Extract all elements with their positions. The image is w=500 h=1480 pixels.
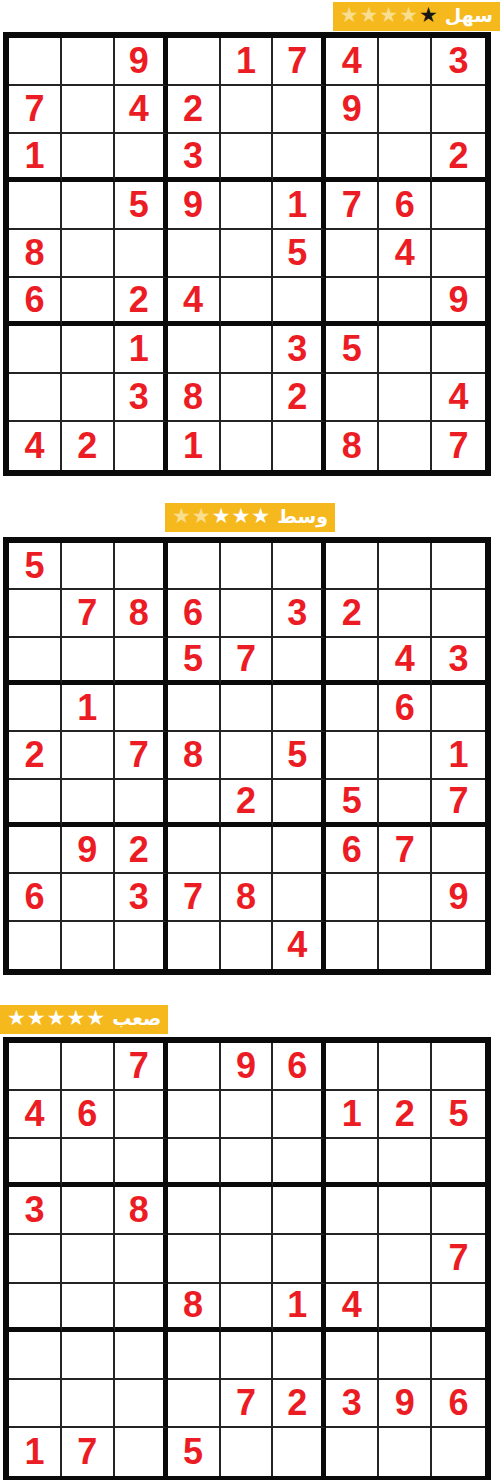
sudoku-cell-r3c4[interactable]: 5 — [168, 638, 221, 685]
sudoku-cell-r9c8[interactable] — [379, 1428, 432, 1476]
sudoku-cell-r9c1[interactable]: 1 — [9, 1428, 62, 1476]
sudoku-cell-r8c8[interactable] — [379, 374, 432, 422]
sudoku-cell-r9c2[interactable] — [62, 922, 115, 969]
sudoku-cell-r8c9[interactable]: 4 — [432, 374, 485, 422]
sudoku-cell-r5c4[interactable]: 8 — [168, 732, 221, 779]
star-rating-easy: ★★★★★ — [340, 6, 439, 27]
sudoku-cell-r7c6[interactable] — [273, 827, 326, 874]
sudoku-cell-r8c7[interactable] — [326, 374, 379, 422]
sudoku-cell-r5c6[interactable] — [273, 1235, 326, 1283]
sudoku-cell-r3c4[interactable]: 3 — [168, 134, 221, 182]
sudoku-cell-r9c2[interactable]: 2 — [62, 422, 115, 470]
star-empty-icon: ★ — [172, 506, 192, 527]
sudoku-cell-r7c1[interactable] — [9, 827, 62, 874]
sudoku-cell-r4c6[interactable] — [273, 1187, 326, 1235]
sudoku-cell-r6c6[interactable] — [273, 780, 326, 827]
sudoku-board-medium: 578632574316278512579267637894 — [3, 537, 491, 975]
sudoku-cell-r3c3[interactable] — [115, 1139, 168, 1187]
sudoku-cell-r6c1[interactable]: 6 — [9, 278, 62, 326]
difficulty-banner-medium: ★★★★★ وسط — [165, 503, 335, 532]
sudoku-cell-r4c3[interactable]: 8 — [115, 1187, 168, 1235]
sudoku-cell-r6c3[interactable]: 2 — [115, 278, 168, 326]
sudoku-cell-r9c5[interactable] — [221, 1428, 274, 1476]
sudoku-cell-r3c2[interactable] — [62, 638, 115, 685]
sudoku-cell-r5c3[interactable] — [115, 230, 168, 278]
sudoku-cell-r3c6[interactable] — [273, 134, 326, 182]
sudoku-cell-r8c1[interactable]: 6 — [9, 874, 62, 921]
sudoku-cell-r4c5[interactable] — [221, 685, 274, 732]
sudoku-cell-r5c2[interactable] — [62, 230, 115, 278]
sudoku-cell-r7c8[interactable]: 7 — [379, 827, 432, 874]
sudoku-cell-r1c9[interactable]: 3 — [432, 38, 485, 86]
sudoku-cell-r4c2[interactable] — [62, 182, 115, 230]
sudoku-cell-r8c9[interactable]: 6 — [432, 1380, 485, 1428]
sudoku-cell-r2c7[interactable]: 9 — [326, 86, 379, 134]
sudoku-cell-r4c3[interactable]: 5 — [115, 182, 168, 230]
sudoku-cell-r1c1[interactable] — [9, 38, 62, 86]
sudoku-cell-r5c7[interactable] — [326, 1235, 379, 1283]
sudoku-cell-r6c5[interactable] — [221, 1284, 274, 1332]
sudoku-cell-r2c5[interactable] — [221, 1091, 274, 1139]
star-empty-icon: ★ — [399, 5, 419, 26]
sudoku-cell-r7c1[interactable] — [9, 326, 62, 374]
sudoku-cell-r2c5[interactable] — [221, 590, 274, 637]
sudoku-cell-r5c8[interactable] — [379, 1235, 432, 1283]
sudoku-cell-r3c1[interactable]: 1 — [9, 134, 62, 182]
sudoku-cell-r1c3[interactable] — [115, 543, 168, 590]
star-empty-icon: ★ — [340, 5, 360, 26]
sudoku-cell-r9c5[interactable] — [221, 922, 274, 969]
sudoku-cell-r5c9[interactable]: 7 — [432, 1235, 485, 1283]
sudoku-cell-r9c8[interactable] — [379, 422, 432, 470]
sudoku-cell-r2c8[interactable] — [379, 590, 432, 637]
sudoku-cell-r1c4[interactable] — [168, 38, 221, 86]
sudoku-cell-r7c3[interactable]: 1 — [115, 326, 168, 374]
sudoku-cell-r1c2[interactable] — [62, 38, 115, 86]
sudoku-cell-r5c1[interactable] — [9, 1235, 62, 1283]
sudoku-cell-r2c6[interactable] — [273, 86, 326, 134]
sudoku-cell-r2c3[interactable]: 4 — [115, 86, 168, 134]
star-rating-medium: ★★★★★ — [172, 507, 271, 528]
sudoku-cell-r5c2[interactable] — [62, 732, 115, 779]
sudoku-cell-r8c7[interactable]: 3 — [326, 1380, 379, 1428]
sudoku-cell-r9c6[interactable] — [273, 1428, 326, 1476]
sudoku-cell-r3c9[interactable]: 3 — [432, 638, 485, 685]
sudoku-cell-r1c7[interactable]: 4 — [326, 38, 379, 86]
sudoku-cell-r7c7[interactable]: 6 — [326, 827, 379, 874]
sudoku-cell-r5c9[interactable]: 1 — [432, 732, 485, 779]
sudoku-cell-r7c4[interactable] — [168, 1332, 221, 1380]
sudoku-cell-r3c5[interactable]: 7 — [221, 638, 274, 685]
sudoku-cell-r1c9[interactable] — [432, 1043, 485, 1091]
sudoku-cell-r5c1[interactable]: 8 — [9, 230, 62, 278]
sudoku-cell-r2c2[interactable]: 6 — [62, 1091, 115, 1139]
sudoku-cell-r6c1[interactable] — [9, 1284, 62, 1332]
sudoku-cell-r7c7[interactable]: 5 — [326, 326, 379, 374]
sudoku-cell-r1c1[interactable]: 5 — [9, 543, 62, 590]
sudoku-cell-r7c2[interactable] — [62, 326, 115, 374]
sudoku-cell-r5c2[interactable] — [62, 1235, 115, 1283]
sudoku-cell-r4c7[interactable] — [326, 685, 379, 732]
sudoku-cell-r3c2[interactable] — [62, 134, 115, 182]
sudoku-cell-r1c8[interactable] — [379, 38, 432, 86]
sudoku-cell-r1c4[interactable] — [168, 1043, 221, 1091]
sudoku-cell-r4c7[interactable] — [326, 1187, 379, 1235]
sudoku-cell-r9c7[interactable] — [326, 1428, 379, 1476]
sudoku-cell-r1c5[interactable]: 1 — [221, 38, 274, 86]
sudoku-cell-r8c8[interactable] — [379, 874, 432, 921]
star-empty-icon: ★ — [360, 5, 380, 26]
sudoku-cell-r7c7[interactable] — [326, 1332, 379, 1380]
sudoku-cell-r7c5[interactable] — [221, 827, 274, 874]
sudoku-cell-r6c9[interactable] — [432, 1284, 485, 1332]
sudoku-cell-r9c1[interactable]: 4 — [9, 422, 62, 470]
sudoku-cell-r4c5[interactable] — [221, 1187, 274, 1235]
sudoku-cell-r1c3[interactable]: 7 — [115, 1043, 168, 1091]
sudoku-cell-r4c7[interactable]: 7 — [326, 182, 379, 230]
sudoku-cell-r9c5[interactable] — [221, 422, 274, 470]
sudoku-cell-r8c3[interactable]: 3 — [115, 374, 168, 422]
sudoku-cell-r6c8[interactable] — [379, 1284, 432, 1332]
star-empty-icon: ★ — [379, 5, 399, 26]
difficulty-label-easy: سهل — [445, 6, 493, 25]
sudoku-cell-r5c3[interactable]: 7 — [115, 732, 168, 779]
sudoku-cell-r2c3[interactable]: 8 — [115, 590, 168, 637]
sudoku-cell-r4c8[interactable]: 6 — [379, 182, 432, 230]
sudoku-cell-r3c2[interactable] — [62, 1139, 115, 1187]
sudoku-cell-r3c7[interactable] — [326, 638, 379, 685]
sudoku-cell-r9c3[interactable] — [115, 422, 168, 470]
sudoku-cell-r2c3[interactable] — [115, 1091, 168, 1139]
sudoku-cell-r2c7[interactable]: 2 — [326, 590, 379, 637]
sudoku-cell-r6c3[interactable] — [115, 1284, 168, 1332]
sudoku-cell-r4c2[interactable]: 1 — [62, 685, 115, 732]
sudoku-cell-r5c6[interactable]: 5 — [273, 732, 326, 779]
sudoku-cell-r1c1[interactable] — [9, 1043, 62, 1091]
difficulty-banner-easy: ★★★★★ سهل — [333, 2, 500, 31]
sudoku-cell-r3c1[interactable] — [9, 1139, 62, 1187]
sudoku-cell-r8c5[interactable] — [221, 374, 274, 422]
sudoku-cell-r3c3[interactable] — [115, 638, 168, 685]
sudoku-cell-r8c3[interactable]: 3 — [115, 874, 168, 921]
sudoku-cell-r6c2[interactable] — [62, 1284, 115, 1332]
sudoku-cell-r3c9[interactable] — [432, 1139, 485, 1187]
sudoku-cell-r2c1[interactable]: 7 — [9, 86, 62, 134]
sudoku-cell-r6c2[interactable] — [62, 278, 115, 326]
sudoku-cell-r7c9[interactable] — [432, 1332, 485, 1380]
sudoku-cell-r1c8[interactable] — [379, 1043, 432, 1091]
star-empty-icon: ★ — [192, 506, 212, 527]
sudoku-cell-r7c9[interactable] — [432, 827, 485, 874]
puzzle-section-easy: ★★★★★ سهل 917437429132591768546249135382… — [0, 2, 500, 476]
sudoku-cell-r8c7[interactable] — [326, 874, 379, 921]
sudoku-cell-r9c4[interactable] — [168, 922, 221, 969]
sudoku-cell-r4c5[interactable] — [221, 182, 274, 230]
sudoku-cell-r9c4[interactable]: 5 — [168, 1428, 221, 1476]
sudoku-cell-r6c4[interactable]: 4 — [168, 278, 221, 326]
sudoku-cell-r7c6[interactable]: 3 — [273, 326, 326, 374]
puzzle-section-medium: ★★★★★ وسط 578632574316278512579267637894 — [0, 503, 500, 975]
sudoku-cell-r4c9[interactable] — [432, 1187, 485, 1235]
difficulty-banner-hard: ★★★★★ صعب — [0, 1005, 168, 1034]
sudoku-cell-r7c5[interactable] — [221, 326, 274, 374]
sudoku-cell-r9c4[interactable]: 1 — [168, 422, 221, 470]
sudoku-cell-r9c7[interactable]: 8 — [326, 422, 379, 470]
sudoku-cell-r2c6[interactable] — [273, 1091, 326, 1139]
sudoku-cell-r2c2[interactable] — [62, 86, 115, 134]
sudoku-cell-r9c6[interactable] — [273, 422, 326, 470]
sudoku-cell-r8c1[interactable] — [9, 374, 62, 422]
sudoku-cell-r8c6[interactable]: 2 — [273, 374, 326, 422]
puzzle-section-hard: ★★★★★ صعب 7964612538781472396175 — [0, 1005, 500, 1480]
sudoku-cell-r6c2[interactable] — [62, 780, 115, 827]
sudoku-cell-r9c1[interactable] — [9, 922, 62, 969]
sudoku-cell-r1c2[interactable] — [62, 543, 115, 590]
star-rating-hard: ★★★★★ — [7, 1009, 106, 1030]
sudoku-cell-r6c7[interactable] — [326, 278, 379, 326]
sudoku-cell-r6c4[interactable] — [168, 780, 221, 827]
sudoku-cell-r1c6[interactable]: 7 — [273, 38, 326, 86]
sudoku-cell-r6c1[interactable] — [9, 780, 62, 827]
sudoku-cell-r5c5[interactable] — [221, 230, 274, 278]
sudoku-cell-r4c9[interactable] — [432, 685, 485, 732]
sudoku-cell-r1c7[interactable] — [326, 543, 379, 590]
sudoku-cell-r8c4[interactable]: 8 — [168, 374, 221, 422]
sudoku-cell-r9c6[interactable]: 4 — [273, 922, 326, 969]
sudoku-cell-r3c4[interactable] — [168, 1139, 221, 1187]
sudoku-cell-r3c8[interactable]: 4 — [379, 638, 432, 685]
star-filled-icon: ★ — [7, 1008, 27, 1029]
sudoku-cell-r7c2[interactable] — [62, 1332, 115, 1380]
sudoku-cell-r2c8[interactable] — [379, 86, 432, 134]
sudoku-cell-r8c6[interactable]: 2 — [273, 1380, 326, 1428]
sudoku-cell-r5c4[interactable] — [168, 230, 221, 278]
sudoku-cell-r7c4[interactable] — [168, 827, 221, 874]
sudoku-cell-r1c5[interactable] — [221, 543, 274, 590]
sudoku-cell-r1c8[interactable] — [379, 543, 432, 590]
sudoku-cell-r2c4[interactable] — [168, 1091, 221, 1139]
sudoku-cell-r5c9[interactable] — [432, 230, 485, 278]
star-filled-icon: ★ — [212, 506, 232, 527]
sudoku-cell-r6c6[interactable]: 1 — [273, 1284, 326, 1332]
sudoku-cell-r1c5[interactable]: 9 — [221, 1043, 274, 1091]
sudoku-cell-r5c4[interactable] — [168, 1235, 221, 1283]
sudoku-cell-r1c6[interactable]: 6 — [273, 1043, 326, 1091]
sudoku-cell-r6c5[interactable] — [221, 278, 274, 326]
sudoku-cell-r9c3[interactable] — [115, 922, 168, 969]
sudoku-cell-r1c7[interactable] — [326, 1043, 379, 1091]
sudoku-cell-r3c5[interactable] — [221, 1139, 274, 1187]
sudoku-cell-r8c9[interactable]: 9 — [432, 874, 485, 921]
sudoku-cell-r2c1[interactable] — [9, 590, 62, 637]
sudoku-cell-r5c3[interactable] — [115, 1235, 168, 1283]
sudoku-cell-r4c9[interactable] — [432, 182, 485, 230]
star-filled-icon: ★ — [86, 1008, 106, 1029]
sudoku-cell-r8c5[interactable]: 8 — [221, 874, 274, 921]
star-filled-icon: ★ — [419, 5, 439, 26]
sudoku-cell-r6c9[interactable]: 7 — [432, 780, 485, 827]
sudoku-cell-r8c3[interactable] — [115, 1380, 168, 1428]
sudoku-cell-r2c4[interactable]: 2 — [168, 86, 221, 134]
sudoku-board-easy: 917437429132591768546249135382442187 — [3, 32, 491, 476]
star-filled-icon: ★ — [27, 1008, 47, 1029]
sudoku-cell-r7c4[interactable] — [168, 326, 221, 374]
sudoku-cell-r3c6[interactable] — [273, 1139, 326, 1187]
sudoku-cell-r9c9[interactable]: 7 — [432, 422, 485, 470]
sudoku-cell-r2c2[interactable]: 7 — [62, 590, 115, 637]
sudoku-cell-r1c6[interactable] — [273, 543, 326, 590]
sudoku-cell-r6c8[interactable] — [379, 278, 432, 326]
sudoku-cell-r6c8[interactable] — [379, 780, 432, 827]
sudoku-cell-r3c8[interactable] — [379, 134, 432, 182]
sudoku-cell-r9c9[interactable] — [432, 922, 485, 969]
sudoku-cell-r5c1[interactable]: 2 — [9, 732, 62, 779]
sudoku-cell-r6c6[interactable] — [273, 278, 326, 326]
sudoku-cell-r4c8[interactable] — [379, 1187, 432, 1235]
sudoku-cell-r1c4[interactable] — [168, 543, 221, 590]
sudoku-cell-r9c8[interactable] — [379, 922, 432, 969]
sudoku-cell-r2c9[interactable]: 5 — [432, 1091, 485, 1139]
star-filled-icon: ★ — [66, 1008, 86, 1029]
sudoku-cell-r4c1[interactable] — [9, 182, 62, 230]
sudoku-cell-r6c5[interactable]: 2 — [221, 780, 274, 827]
sudoku-cell-r4c3[interactable] — [115, 685, 168, 732]
star-filled-icon: ★ — [251, 506, 271, 527]
sudoku-cell-r8c4[interactable]: 7 — [168, 874, 221, 921]
sudoku-cell-r6c7[interactable]: 5 — [326, 780, 379, 827]
sudoku-cell-r4c8[interactable]: 6 — [379, 685, 432, 732]
sudoku-cell-r7c8[interactable] — [379, 326, 432, 374]
sudoku-cell-r2c7[interactable]: 1 — [326, 1091, 379, 1139]
sudoku-cell-r8c6[interactable] — [273, 874, 326, 921]
sudoku-cell-r3c9[interactable]: 2 — [432, 134, 485, 182]
sudoku-cell-r5c8[interactable]: 4 — [379, 230, 432, 278]
difficulty-label-medium: وسط — [277, 507, 328, 526]
sudoku-cell-r2c9[interactable] — [432, 590, 485, 637]
sudoku-cell-r8c2[interactable] — [62, 1380, 115, 1428]
sudoku-cell-r3c7[interactable] — [326, 134, 379, 182]
sudoku-cell-r4c1[interactable] — [9, 685, 62, 732]
sudoku-cell-r7c9[interactable] — [432, 326, 485, 374]
sudoku-cell-r9c3[interactable] — [115, 1428, 168, 1476]
sudoku-cell-r7c8[interactable] — [379, 1332, 432, 1380]
sudoku-cell-r3c1[interactable] — [9, 638, 62, 685]
sudoku-cell-r4c1[interactable]: 3 — [9, 1187, 62, 1235]
sudoku-cell-r7c1[interactable] — [9, 1332, 62, 1380]
sudoku-cell-r1c2[interactable] — [62, 1043, 115, 1091]
sudoku-cell-r8c2[interactable] — [62, 874, 115, 921]
sudoku-cell-r8c4[interactable] — [168, 1380, 221, 1428]
sudoku-cell-r9c7[interactable] — [326, 922, 379, 969]
sudoku-cell-r2c8[interactable]: 2 — [379, 1091, 432, 1139]
sudoku-cell-r9c9[interactable] — [432, 1428, 485, 1476]
sudoku-cell-r3c6[interactable] — [273, 638, 326, 685]
sudoku-cell-r4c4[interactable] — [168, 685, 221, 732]
sudoku-cell-r5c6[interactable]: 5 — [273, 230, 326, 278]
sudoku-cell-r3c3[interactable] — [115, 134, 168, 182]
sudoku-cell-r7c3[interactable]: 2 — [115, 827, 168, 874]
sudoku-cell-r8c8[interactable]: 9 — [379, 1380, 432, 1428]
sudoku-cell-r8c5[interactable]: 7 — [221, 1380, 274, 1428]
sudoku-cell-r5c5[interactable] — [221, 1235, 274, 1283]
sudoku-cell-r3c8[interactable] — [379, 1139, 432, 1187]
sudoku-cell-r6c4[interactable]: 8 — [168, 1284, 221, 1332]
difficulty-label-hard: صعب — [112, 1009, 161, 1028]
sudoku-cell-r8c1[interactable] — [9, 1380, 62, 1428]
sudoku-cell-r4c6[interactable]: 1 — [273, 182, 326, 230]
star-filled-icon: ★ — [47, 1008, 67, 1029]
sudoku-cell-r5c8[interactable] — [379, 732, 432, 779]
sudoku-cell-r1c3[interactable]: 9 — [115, 38, 168, 86]
sudoku-cell-r7c3[interactable] — [115, 1332, 168, 1380]
sudoku-cell-r4c6[interactable] — [273, 685, 326, 732]
sudoku-cell-r3c7[interactable] — [326, 1139, 379, 1187]
sudoku-cell-r5c7[interactable] — [326, 230, 379, 278]
sudoku-cell-r2c9[interactable] — [432, 86, 485, 134]
sudoku-cell-r2c5[interactable] — [221, 86, 274, 134]
sudoku-cell-r5c7[interactable] — [326, 732, 379, 779]
sudoku-cell-r3c5[interactable] — [221, 134, 274, 182]
sudoku-cell-r6c7[interactable]: 4 — [326, 1284, 379, 1332]
sudoku-cell-r4c4[interactable]: 9 — [168, 182, 221, 230]
sudoku-cell-r5c5[interactable] — [221, 732, 274, 779]
sudoku-cell-r6c3[interactable] — [115, 780, 168, 827]
sudoku-cell-r2c6[interactable]: 3 — [273, 590, 326, 637]
sudoku-cell-r7c5[interactable] — [221, 1332, 274, 1380]
sudoku-cell-r6c9[interactable]: 9 — [432, 278, 485, 326]
sudoku-cell-r8c2[interactable] — [62, 374, 115, 422]
sudoku-cell-r4c4[interactable] — [168, 1187, 221, 1235]
sudoku-cell-r2c4[interactable]: 6 — [168, 590, 221, 637]
sudoku-cell-r4c2[interactable] — [62, 1187, 115, 1235]
sudoku-board-hard: 7964612538781472396175 — [3, 1037, 491, 1480]
sudoku-cell-r7c6[interactable] — [273, 1332, 326, 1380]
sudoku-cell-r1c9[interactable] — [432, 543, 485, 590]
star-filled-icon: ★ — [231, 506, 251, 527]
sudoku-cell-r9c2[interactable]: 7 — [62, 1428, 115, 1476]
sudoku-cell-r7c2[interactable]: 9 — [62, 827, 115, 874]
sudoku-cell-r2c1[interactable]: 4 — [9, 1091, 62, 1139]
